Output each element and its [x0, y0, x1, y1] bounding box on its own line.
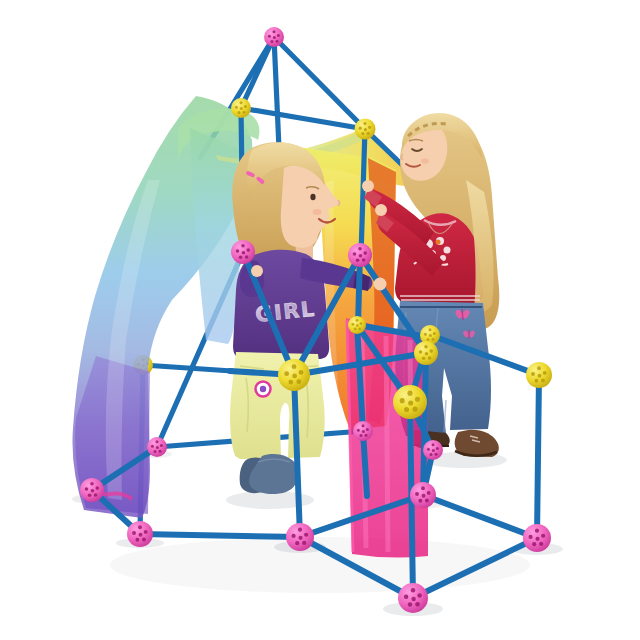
connector-ball-yellow [393, 385, 427, 419]
connector-ball-pink [353, 421, 373, 441]
rod [537, 375, 539, 538]
connector-ball-yellow [231, 98, 251, 118]
girl-left-pants [230, 352, 325, 459]
product-photo: GIRL [0, 0, 640, 640]
connector-ball-pink [231, 240, 255, 264]
girl-right-pendant [436, 240, 441, 245]
rod [140, 534, 300, 537]
connector-ball-pink [423, 440, 443, 460]
connector-ball-yellow [348, 316, 366, 334]
fort-scene: GIRL [0, 0, 640, 640]
connector-ball-yellow [278, 359, 310, 391]
girl-left-hand-right [251, 265, 263, 277]
girl-left-hand-left [374, 278, 387, 291]
connector-ball-pink [147, 437, 167, 457]
connector-ball-pink [127, 521, 153, 547]
girl-right-hand-1 [362, 180, 374, 192]
connector-ball-pink [286, 523, 314, 551]
connector-ball-yellow [526, 362, 552, 388]
connector-ball-pink [80, 478, 104, 502]
connector-ball-pink [348, 243, 372, 267]
connector-ball-pink [523, 524, 551, 552]
girl-right-hand-2 [375, 204, 387, 216]
connector-ball-yellow [414, 341, 438, 365]
connector-ball-pink [398, 583, 428, 613]
connector-ball-yellow [355, 119, 376, 140]
girl-right-blush [421, 158, 429, 164]
girl-left-blush [313, 209, 322, 215]
connector-ball-pink [264, 27, 284, 47]
girl-left-eye [310, 194, 315, 200]
connector-ball-pink [410, 482, 436, 508]
girl-left-pants-patch-center [260, 386, 266, 392]
